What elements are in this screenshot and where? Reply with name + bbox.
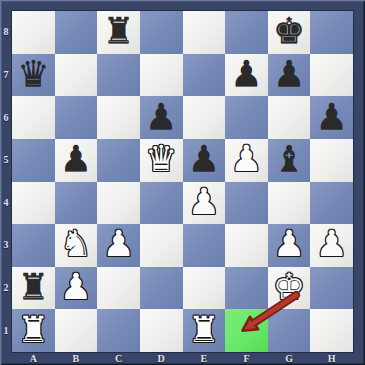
piece-white-queen[interactable]: ♛ xyxy=(145,141,177,177)
square-a7[interactable]: ♛ xyxy=(12,54,55,97)
square-f5[interactable]: ♟ xyxy=(225,139,268,182)
piece-white-pawn[interactable]: ♟ xyxy=(273,226,305,262)
square-e1[interactable]: ♜ xyxy=(183,309,226,352)
square-e4[interactable]: ♟ xyxy=(183,182,226,225)
square-g2[interactable]: ♚ xyxy=(268,267,311,310)
piece-black-pawn[interactable]: ♟ xyxy=(230,56,262,92)
square-d5[interactable]: ♛ xyxy=(140,139,183,182)
square-h6[interactable]: ♟ xyxy=(310,96,353,139)
file-labels: ABCDEFGH xyxy=(12,352,353,365)
square-a5[interactable] xyxy=(12,139,55,182)
square-f2[interactable] xyxy=(225,267,268,310)
square-e6[interactable] xyxy=(183,96,226,139)
rank-label-6: 6 xyxy=(0,96,12,139)
piece-white-pawn[interactable]: ♟ xyxy=(188,184,220,220)
piece-black-rook[interactable]: ♜ xyxy=(102,13,134,49)
square-b5[interactable]: ♟ xyxy=(55,139,98,182)
piece-black-pawn[interactable]: ♟ xyxy=(188,141,220,177)
file-label-a: A xyxy=(12,352,55,365)
square-b8[interactable] xyxy=(55,11,98,54)
square-h1[interactable] xyxy=(310,309,353,352)
square-h7[interactable] xyxy=(310,54,353,97)
piece-white-king[interactable]: ♚ xyxy=(273,269,305,305)
square-f1[interactable] xyxy=(225,309,268,352)
piece-black-pawn[interactable]: ♟ xyxy=(273,56,305,92)
piece-black-pawn[interactable]: ♟ xyxy=(316,99,348,135)
piece-black-pawn[interactable]: ♟ xyxy=(60,141,92,177)
square-b4[interactable] xyxy=(55,182,98,225)
square-d3[interactable] xyxy=(140,224,183,267)
square-c6[interactable] xyxy=(97,96,140,139)
file-label-h: H xyxy=(310,352,353,365)
square-g5[interactable]: ♝ xyxy=(268,139,311,182)
square-h4[interactable] xyxy=(310,182,353,225)
square-g1[interactable] xyxy=(268,309,311,352)
square-b2[interactable]: ♟ xyxy=(55,267,98,310)
square-c2[interactable] xyxy=(97,267,140,310)
square-g4[interactable] xyxy=(268,182,311,225)
square-f8[interactable] xyxy=(225,11,268,54)
square-e3[interactable] xyxy=(183,224,226,267)
square-f4[interactable] xyxy=(225,182,268,225)
square-f7[interactable]: ♟ xyxy=(225,54,268,97)
rank-label-7: 7 xyxy=(0,54,12,97)
square-h3[interactable]: ♟ xyxy=(310,224,353,267)
rank-labels: 87654321 xyxy=(0,11,12,352)
square-c1[interactable] xyxy=(97,309,140,352)
square-h5[interactable] xyxy=(310,139,353,182)
rank-label-4: 4 xyxy=(0,182,12,225)
piece-white-pawn[interactable]: ♟ xyxy=(102,226,134,262)
square-b6[interactable] xyxy=(55,96,98,139)
piece-white-knight[interactable]: ♞ xyxy=(60,226,92,262)
piece-white-rook[interactable]: ♜ xyxy=(188,312,220,348)
square-b3[interactable]: ♞ xyxy=(55,224,98,267)
square-e7[interactable] xyxy=(183,54,226,97)
square-g3[interactable]: ♟ xyxy=(268,224,311,267)
piece-black-rook[interactable]: ♜ xyxy=(17,269,49,305)
square-d4[interactable] xyxy=(140,182,183,225)
square-a3[interactable] xyxy=(12,224,55,267)
square-e2[interactable] xyxy=(183,267,226,310)
square-a8[interactable] xyxy=(12,11,55,54)
file-label-f: F xyxy=(225,352,268,365)
square-d6[interactable]: ♟ xyxy=(140,96,183,139)
chess-board-frame: 87654321 ABCDEFGH ♜♚♛♟♟♟♟♟♛♟♟♝♟♞♟♟♟♜♟♚♜♜ xyxy=(0,0,365,365)
piece-black-pawn[interactable]: ♟ xyxy=(145,99,177,135)
square-d1[interactable] xyxy=(140,309,183,352)
square-b7[interactable] xyxy=(55,54,98,97)
piece-black-bishop[interactable]: ♝ xyxy=(273,141,305,177)
square-f3[interactable] xyxy=(225,224,268,267)
square-c5[interactable] xyxy=(97,139,140,182)
square-c3[interactable]: ♟ xyxy=(97,224,140,267)
square-h2[interactable] xyxy=(310,267,353,310)
chess-board[interactable]: ♜♚♛♟♟♟♟♟♛♟♟♝♟♞♟♟♟♜♟♚♜♜ xyxy=(12,11,353,352)
square-d7[interactable] xyxy=(140,54,183,97)
square-g8[interactable]: ♚ xyxy=(268,11,311,54)
piece-white-pawn[interactable]: ♟ xyxy=(60,269,92,305)
piece-black-king[interactable]: ♚ xyxy=(273,13,305,49)
square-a1[interactable]: ♜ xyxy=(12,309,55,352)
square-d8[interactable] xyxy=(140,11,183,54)
file-label-c: C xyxy=(97,352,140,365)
piece-white-pawn[interactable]: ♟ xyxy=(316,226,348,262)
file-label-e: E xyxy=(183,352,226,365)
square-g6[interactable] xyxy=(268,96,311,139)
square-f6[interactable] xyxy=(225,96,268,139)
square-b1[interactable] xyxy=(55,309,98,352)
file-label-b: B xyxy=(55,352,98,365)
square-c8[interactable]: ♜ xyxy=(97,11,140,54)
square-a6[interactable] xyxy=(12,96,55,139)
rank-label-8: 8 xyxy=(0,11,12,54)
square-e5[interactable]: ♟ xyxy=(183,139,226,182)
square-a2[interactable]: ♜ xyxy=(12,267,55,310)
square-g7[interactable]: ♟ xyxy=(268,54,311,97)
square-e8[interactable] xyxy=(183,11,226,54)
square-a4[interactable] xyxy=(12,182,55,225)
piece-white-rook[interactable]: ♜ xyxy=(17,312,49,348)
file-label-d: D xyxy=(140,352,183,365)
rank-label-2: 2 xyxy=(0,267,12,310)
rank-label-5: 5 xyxy=(0,139,12,182)
rank-label-3: 3 xyxy=(0,224,12,267)
square-h8[interactable] xyxy=(310,11,353,54)
file-label-g: G xyxy=(268,352,311,365)
square-c7[interactable] xyxy=(97,54,140,97)
rank-label-1: 1 xyxy=(0,309,12,352)
piece-white-pawn[interactable]: ♟ xyxy=(230,141,262,177)
piece-black-queen[interactable]: ♛ xyxy=(17,56,49,92)
square-c4[interactable] xyxy=(97,182,140,225)
square-d2[interactable] xyxy=(140,267,183,310)
